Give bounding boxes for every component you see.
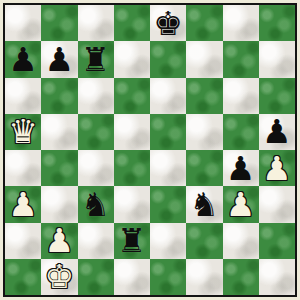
square-h3[interactable]: [259, 186, 295, 222]
square-d3[interactable]: [114, 186, 150, 222]
piece-black-knight[interactable]: ♞: [81, 188, 111, 221]
piece-white-pawn[interactable]: ♟: [8, 188, 38, 221]
square-b8[interactable]: [41, 5, 77, 41]
square-a1[interactable]: [5, 259, 41, 295]
piece-white-queen[interactable]: ♛: [8, 115, 38, 148]
square-g4[interactable]: ♟: [223, 150, 259, 186]
square-e7[interactable]: [150, 41, 186, 77]
square-g3[interactable]: ♟: [223, 186, 259, 222]
piece-black-pawn[interactable]: ♟: [8, 43, 38, 76]
square-f8[interactable]: [186, 5, 222, 41]
square-b7[interactable]: ♟: [41, 41, 77, 77]
square-e3[interactable]: [150, 186, 186, 222]
board-border: ♚♟♟♜♛♟♟♟♟♞♞♟♟♜♚: [3, 3, 297, 297]
square-a4[interactable]: [5, 150, 41, 186]
square-c3[interactable]: ♞: [78, 186, 114, 222]
square-b5[interactable]: [41, 114, 77, 150]
square-d2[interactable]: ♜: [114, 223, 150, 259]
square-e4[interactable]: [150, 150, 186, 186]
piece-white-king[interactable]: ♚: [45, 260, 75, 293]
square-a2[interactable]: [5, 223, 41, 259]
square-c1[interactable]: [78, 259, 114, 295]
piece-black-knight[interactable]: ♞: [190, 188, 220, 221]
square-b1[interactable]: ♚: [41, 259, 77, 295]
square-f6[interactable]: [186, 78, 222, 114]
square-c7[interactable]: ♜: [78, 41, 114, 77]
square-g5[interactable]: [223, 114, 259, 150]
square-g8[interactable]: [223, 5, 259, 41]
piece-black-pawn[interactable]: ♟: [45, 43, 75, 76]
square-a7[interactable]: ♟: [5, 41, 41, 77]
square-b3[interactable]: [41, 186, 77, 222]
square-a8[interactable]: [5, 5, 41, 41]
piece-white-pawn[interactable]: ♟: [262, 152, 292, 185]
piece-black-pawn[interactable]: ♟: [226, 152, 256, 185]
square-h5[interactable]: ♟: [259, 114, 295, 150]
square-g7[interactable]: [223, 41, 259, 77]
square-b6[interactable]: [41, 78, 77, 114]
square-c5[interactable]: [78, 114, 114, 150]
square-d8[interactable]: [114, 5, 150, 41]
square-f5[interactable]: [186, 114, 222, 150]
square-f3[interactable]: ♞: [186, 186, 222, 222]
piece-black-rook[interactable]: ♜: [117, 224, 147, 257]
square-f2[interactable]: [186, 223, 222, 259]
square-f1[interactable]: [186, 259, 222, 295]
square-f7[interactable]: [186, 41, 222, 77]
square-e8[interactable]: ♚: [150, 5, 186, 41]
square-g6[interactable]: [223, 78, 259, 114]
square-d7[interactable]: [114, 41, 150, 77]
square-g1[interactable]: [223, 259, 259, 295]
piece-black-pawn[interactable]: ♟: [262, 115, 292, 148]
square-e5[interactable]: [150, 114, 186, 150]
chess-board: ♚♟♟♜♛♟♟♟♟♞♞♟♟♜♚: [5, 5, 295, 295]
square-h1[interactable]: [259, 259, 295, 295]
square-h2[interactable]: [259, 223, 295, 259]
piece-white-pawn[interactable]: ♟: [45, 224, 75, 257]
piece-white-pawn[interactable]: ♟: [226, 188, 256, 221]
square-c6[interactable]: [78, 78, 114, 114]
square-e6[interactable]: [150, 78, 186, 114]
piece-black-rook[interactable]: ♜: [81, 43, 111, 76]
square-b2[interactable]: ♟: [41, 223, 77, 259]
square-a3[interactable]: ♟: [5, 186, 41, 222]
square-c8[interactable]: [78, 5, 114, 41]
board-frame: ♚♟♟♜♛♟♟♟♟♞♞♟♟♜♚: [0, 0, 300, 300]
square-b4[interactable]: [41, 150, 77, 186]
square-e2[interactable]: [150, 223, 186, 259]
square-h6[interactable]: [259, 78, 295, 114]
square-d6[interactable]: [114, 78, 150, 114]
piece-black-king[interactable]: ♚: [153, 7, 183, 40]
square-a5[interactable]: ♛: [5, 114, 41, 150]
square-h7[interactable]: [259, 41, 295, 77]
square-c2[interactable]: [78, 223, 114, 259]
square-d4[interactable]: [114, 150, 150, 186]
square-d1[interactable]: [114, 259, 150, 295]
square-a6[interactable]: [5, 78, 41, 114]
square-g2[interactable]: [223, 223, 259, 259]
square-e1[interactable]: [150, 259, 186, 295]
square-h8[interactable]: [259, 5, 295, 41]
square-h4[interactable]: ♟: [259, 150, 295, 186]
square-d5[interactable]: [114, 114, 150, 150]
square-f4[interactable]: [186, 150, 222, 186]
square-c4[interactable]: [78, 150, 114, 186]
